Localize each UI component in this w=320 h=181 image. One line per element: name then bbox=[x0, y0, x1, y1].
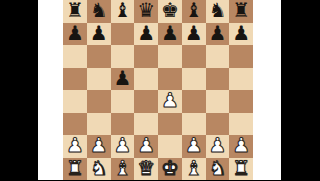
square-f1[interactable]: ♝ bbox=[182, 158, 206, 181]
white-pawn-e4[interactable]: ♟ bbox=[161, 90, 179, 110]
square-d5[interactable] bbox=[134, 68, 158, 91]
square-f8[interactable]: ♝ bbox=[182, 0, 206, 23]
page-background: ♜♞♝♛♚♝♞♜♟♟♟♟♟♟♟♟♟♟♟♟♟♟♟♟♜♞♝♛♚♝♞♜ bbox=[38, 0, 281, 180]
square-a7[interactable]: ♟ bbox=[63, 23, 87, 46]
square-h8[interactable]: ♜ bbox=[229, 0, 253, 23]
square-c8[interactable]: ♝ bbox=[111, 0, 135, 23]
white-rook-a1[interactable]: ♜ bbox=[66, 158, 84, 178]
square-f4[interactable] bbox=[182, 90, 206, 113]
square-e6[interactable] bbox=[158, 45, 182, 68]
square-g3[interactable] bbox=[206, 113, 230, 136]
square-f3[interactable] bbox=[182, 113, 206, 136]
square-g7[interactable]: ♟ bbox=[206, 23, 230, 46]
black-pawn-a7[interactable]: ♟ bbox=[66, 23, 84, 43]
square-h2[interactable]: ♟ bbox=[229, 135, 253, 158]
white-pawn-h2[interactable]: ♟ bbox=[232, 135, 250, 155]
square-d1[interactable]: ♛ bbox=[134, 158, 158, 181]
square-d2[interactable]: ♟ bbox=[134, 135, 158, 158]
black-queen-d8[interactable]: ♛ bbox=[137, 0, 155, 20]
square-e3[interactable] bbox=[158, 113, 182, 136]
white-pawn-a2[interactable]: ♟ bbox=[66, 135, 84, 155]
black-bishop-f8[interactable]: ♝ bbox=[185, 0, 203, 20]
black-pawn-c5[interactable]: ♟ bbox=[113, 68, 131, 88]
square-g5[interactable] bbox=[206, 68, 230, 91]
square-c7[interactable] bbox=[111, 23, 135, 46]
white-rook-h1[interactable]: ♜ bbox=[232, 158, 250, 178]
black-bishop-c8[interactable]: ♝ bbox=[113, 0, 131, 20]
white-pawn-g2[interactable]: ♟ bbox=[208, 135, 226, 155]
square-e4[interactable]: ♟ bbox=[158, 90, 182, 113]
square-a3[interactable] bbox=[63, 113, 87, 136]
square-b2[interactable]: ♟ bbox=[87, 135, 111, 158]
square-f2[interactable]: ♟ bbox=[182, 135, 206, 158]
square-h5[interactable] bbox=[229, 68, 253, 91]
square-h7[interactable]: ♟ bbox=[229, 23, 253, 46]
white-bishop-c1[interactable]: ♝ bbox=[113, 158, 131, 178]
square-e1[interactable]: ♚ bbox=[158, 158, 182, 181]
letterbox-left bbox=[0, 0, 38, 180]
square-b5[interactable] bbox=[87, 68, 111, 91]
square-e5[interactable] bbox=[158, 68, 182, 91]
square-h3[interactable] bbox=[229, 113, 253, 136]
square-a2[interactable]: ♟ bbox=[63, 135, 87, 158]
white-pawn-c2[interactable]: ♟ bbox=[113, 135, 131, 155]
square-f6[interactable] bbox=[182, 45, 206, 68]
square-d6[interactable] bbox=[134, 45, 158, 68]
black-rook-h8[interactable]: ♜ bbox=[232, 0, 250, 20]
letterbox-right bbox=[281, 0, 320, 180]
square-b6[interactable] bbox=[87, 45, 111, 68]
square-a5[interactable] bbox=[63, 68, 87, 91]
black-pawn-b7[interactable]: ♟ bbox=[90, 23, 108, 43]
square-a1[interactable]: ♜ bbox=[63, 158, 87, 181]
square-c4[interactable] bbox=[111, 90, 135, 113]
white-knight-g1[interactable]: ♞ bbox=[208, 158, 226, 178]
square-a8[interactable]: ♜ bbox=[63, 0, 87, 23]
square-b4[interactable] bbox=[87, 90, 111, 113]
square-g6[interactable] bbox=[206, 45, 230, 68]
square-g1[interactable]: ♞ bbox=[206, 158, 230, 181]
square-b7[interactable]: ♟ bbox=[87, 23, 111, 46]
black-pawn-h7[interactable]: ♟ bbox=[232, 23, 250, 43]
chess-board: ♜♞♝♛♚♝♞♜♟♟♟♟♟♟♟♟♟♟♟♟♟♟♟♟♜♞♝♛♚♝♞♜ bbox=[63, 0, 253, 180]
white-king-e1[interactable]: ♚ bbox=[161, 158, 179, 178]
square-f7[interactable]: ♟ bbox=[182, 23, 206, 46]
black-rook-a8[interactable]: ♜ bbox=[66, 0, 84, 20]
white-bishop-f1[interactable]: ♝ bbox=[185, 158, 203, 178]
square-d3[interactable] bbox=[134, 113, 158, 136]
square-c1[interactable]: ♝ bbox=[111, 158, 135, 181]
square-b3[interactable] bbox=[87, 113, 111, 136]
square-d4[interactable] bbox=[134, 90, 158, 113]
square-e7[interactable]: ♟ bbox=[158, 23, 182, 46]
black-knight-g8[interactable]: ♞ bbox=[208, 0, 226, 20]
square-a4[interactable] bbox=[63, 90, 87, 113]
square-f5[interactable] bbox=[182, 68, 206, 91]
square-g2[interactable]: ♟ bbox=[206, 135, 230, 158]
square-d8[interactable]: ♛ bbox=[134, 0, 158, 23]
square-c3[interactable] bbox=[111, 113, 135, 136]
square-c6[interactable] bbox=[111, 45, 135, 68]
white-pawn-b2[interactable]: ♟ bbox=[90, 135, 108, 155]
square-g8[interactable]: ♞ bbox=[206, 0, 230, 23]
square-b1[interactable]: ♞ bbox=[87, 158, 111, 181]
black-king-e8[interactable]: ♚ bbox=[161, 0, 179, 20]
square-e8[interactable]: ♚ bbox=[158, 0, 182, 23]
square-c5[interactable]: ♟ bbox=[111, 68, 135, 91]
square-h1[interactable]: ♜ bbox=[229, 158, 253, 181]
square-h6[interactable] bbox=[229, 45, 253, 68]
white-pawn-f2[interactable]: ♟ bbox=[185, 135, 203, 155]
square-e2[interactable] bbox=[158, 135, 182, 158]
white-queen-d1[interactable]: ♛ bbox=[137, 158, 155, 178]
black-pawn-g7[interactable]: ♟ bbox=[208, 23, 226, 43]
square-c2[interactable]: ♟ bbox=[111, 135, 135, 158]
white-pawn-d2[interactable]: ♟ bbox=[137, 135, 155, 155]
black-pawn-f7[interactable]: ♟ bbox=[185, 23, 203, 43]
square-a6[interactable] bbox=[63, 45, 87, 68]
video-frame: ♜♞♝♛♚♝♞♜♟♟♟♟♟♟♟♟♟♟♟♟♟♟♟♟♜♞♝♛♚♝♞♜ bbox=[0, 0, 320, 180]
square-d7[interactable]: ♟ bbox=[134, 23, 158, 46]
square-b8[interactable]: ♞ bbox=[87, 0, 111, 23]
black-knight-b8[interactable]: ♞ bbox=[90, 0, 108, 20]
black-pawn-d7[interactable]: ♟ bbox=[137, 23, 155, 43]
white-knight-b1[interactable]: ♞ bbox=[90, 158, 108, 178]
square-g4[interactable] bbox=[206, 90, 230, 113]
black-pawn-e7[interactable]: ♟ bbox=[161, 23, 179, 43]
square-h4[interactable] bbox=[229, 90, 253, 113]
